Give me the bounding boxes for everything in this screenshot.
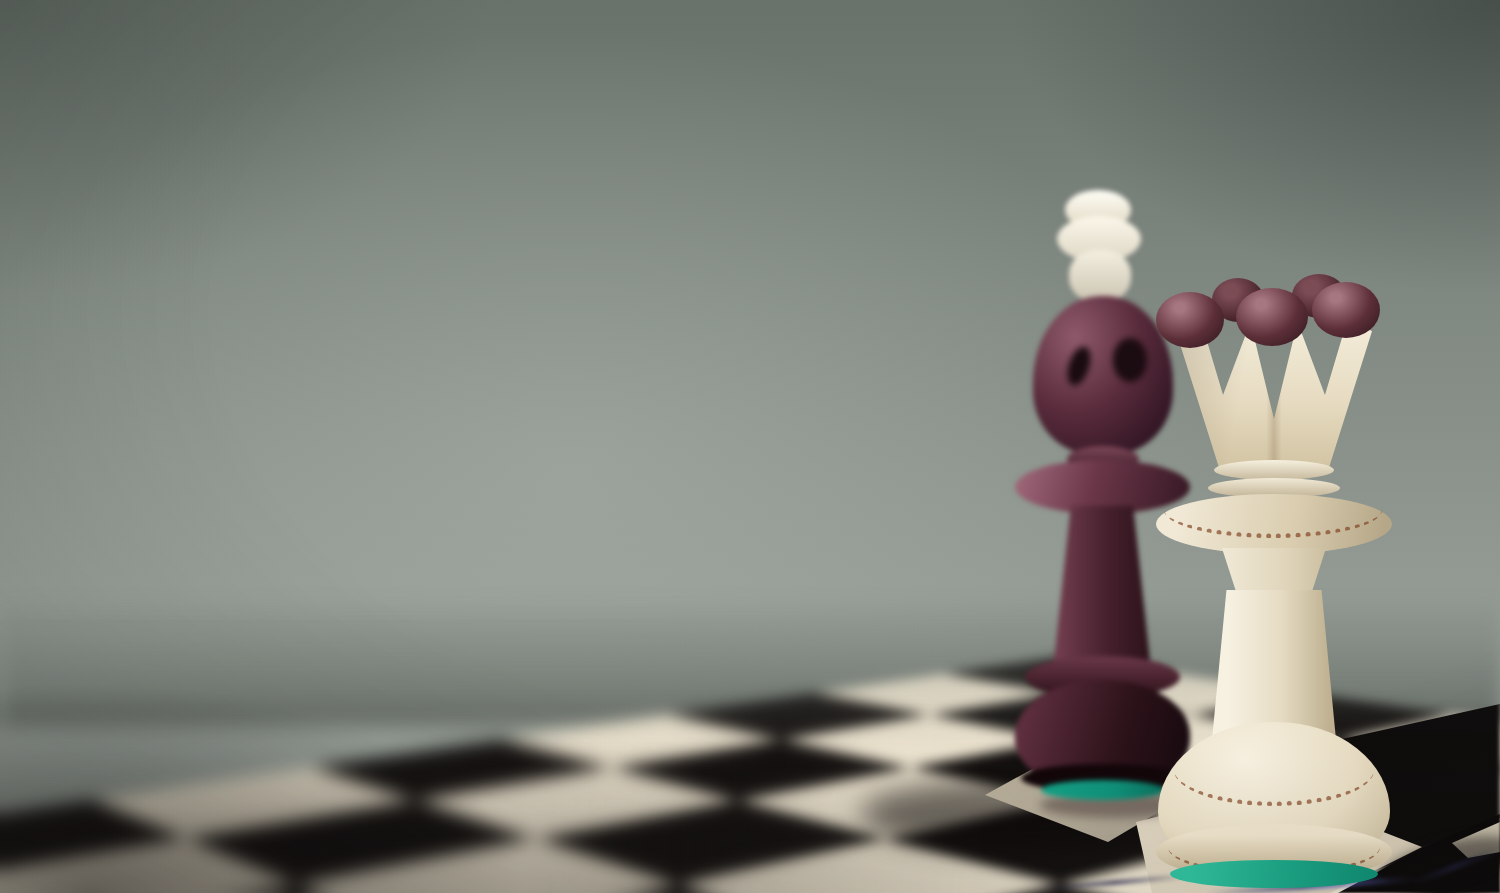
queen-column	[1208, 590, 1340, 740]
queen-neck	[1212, 548, 1336, 594]
queen-crown-bead	[1236, 288, 1308, 346]
queen-burn-decoration	[1174, 734, 1374, 806]
king-carved-slot	[1063, 344, 1094, 388]
queen-felt-pad	[1170, 860, 1378, 888]
king-finial-ring	[1069, 250, 1131, 302]
king-carved-slot	[1113, 338, 1147, 382]
queen-neck-ring	[1214, 460, 1334, 480]
photo-scene	[0, 0, 1500, 893]
king-felt-pad	[1041, 780, 1165, 800]
white-queen-piece	[1148, 266, 1400, 878]
depth-of-field-blur-overlay	[0, 620, 980, 893]
queen-crown-bead	[1312, 282, 1380, 338]
queen-burn-decoration	[1164, 482, 1382, 538]
queen-crown-bead	[1156, 292, 1224, 348]
